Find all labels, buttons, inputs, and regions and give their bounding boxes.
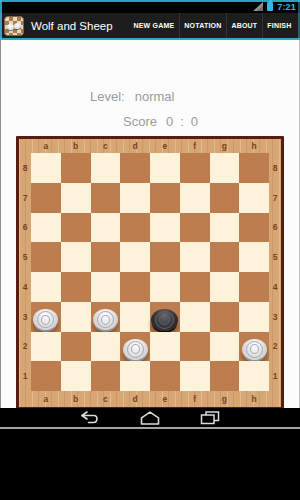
rank-label-right-2: 2 bbox=[269, 332, 281, 362]
rank-label-left-7: 7 bbox=[19, 183, 31, 213]
screen-edge-right bbox=[299, 40, 300, 408]
square-d2[interactable]: ⛀ bbox=[120, 332, 150, 362]
file-label-bottom-g: g bbox=[210, 391, 240, 407]
board-frame-corner bbox=[269, 139, 281, 153]
square-d3[interactable] bbox=[120, 302, 150, 332]
file-label-top-h: h bbox=[239, 139, 269, 153]
square-d4[interactable] bbox=[120, 272, 150, 302]
square-h7[interactable] bbox=[239, 183, 269, 213]
app-icon[interactable] bbox=[4, 16, 24, 36]
rank-label-right-8: 8 bbox=[269, 153, 281, 183]
file-label-bottom-e: e bbox=[150, 391, 180, 407]
score-white: 0 bbox=[166, 114, 173, 129]
menu-item-about[interactable]: ABOUT bbox=[226, 13, 262, 38]
file-label-top-f: f bbox=[180, 139, 210, 153]
square-d1[interactable] bbox=[120, 361, 150, 391]
rank-label-left-1: 1 bbox=[19, 361, 31, 391]
rank-label-right-1: 1 bbox=[269, 361, 281, 391]
file-label-bottom-d: d bbox=[120, 391, 150, 407]
rank-label-right-3: 3 bbox=[269, 302, 281, 332]
rank-label-left-4: 4 bbox=[19, 272, 31, 302]
score-label: Score bbox=[123, 114, 157, 129]
action-bar-menu: NEW GAMENOTATIONABOUTFINISH bbox=[129, 13, 296, 38]
level-value: normal bbox=[135, 89, 175, 104]
square-c6[interactable] bbox=[91, 213, 121, 243]
square-a3[interactable]: ⛀ bbox=[31, 302, 61, 332]
square-e3[interactable]: ⛂ bbox=[150, 302, 180, 332]
square-e6[interactable] bbox=[150, 213, 180, 243]
score-line: Score0:0 bbox=[123, 114, 198, 129]
square-a4[interactable] bbox=[31, 272, 61, 302]
file-label-top-d: d bbox=[120, 139, 150, 153]
white-sheep-piece[interactable]: ⛀ bbox=[93, 309, 118, 330]
back-icon bbox=[77, 410, 103, 426]
square-b6[interactable] bbox=[61, 213, 91, 243]
rank-label-left-6: 6 bbox=[19, 213, 31, 243]
square-h1[interactable] bbox=[239, 361, 269, 391]
square-c5[interactable] bbox=[91, 242, 121, 272]
square-b7[interactable] bbox=[61, 183, 91, 213]
square-h5[interactable] bbox=[239, 242, 269, 272]
square-f8[interactable] bbox=[180, 153, 210, 183]
recents-icon bbox=[197, 410, 223, 426]
board-frame-corner bbox=[19, 391, 31, 407]
square-h6[interactable] bbox=[239, 213, 269, 243]
menu-item-notation[interactable]: NOTATION bbox=[179, 13, 226, 38]
rank-label-right-6: 6 bbox=[269, 213, 281, 243]
score-black: 0 bbox=[191, 114, 198, 129]
square-e2[interactable] bbox=[150, 332, 180, 362]
square-g5[interactable] bbox=[210, 242, 240, 272]
file-label-top-b: b bbox=[61, 139, 91, 153]
square-g3[interactable] bbox=[210, 302, 240, 332]
square-h3[interactable] bbox=[239, 302, 269, 332]
file-label-bottom-b: b bbox=[61, 391, 91, 407]
square-a7[interactable] bbox=[31, 183, 61, 213]
square-d8[interactable] bbox=[120, 153, 150, 183]
file-label-bottom-a: a bbox=[31, 391, 61, 407]
square-e1[interactable] bbox=[150, 361, 180, 391]
square-c3[interactable]: ⛀ bbox=[91, 302, 121, 332]
square-b8[interactable] bbox=[61, 153, 91, 183]
square-c4[interactable] bbox=[91, 272, 121, 302]
square-a6[interactable] bbox=[31, 213, 61, 243]
file-label-top-c: c bbox=[91, 139, 121, 153]
navigation-bar bbox=[0, 408, 300, 428]
square-g6[interactable] bbox=[210, 213, 240, 243]
square-c2[interactable] bbox=[91, 332, 121, 362]
file-label-bottom-c: c bbox=[91, 391, 121, 407]
phone-screen: 7:21 Wolf and Sheep NEW GAMENOTATIONABOU… bbox=[0, 0, 300, 500]
back-button[interactable] bbox=[77, 410, 103, 426]
white-sheep-piece[interactable]: ⛀ bbox=[33, 309, 58, 330]
square-f4[interactable] bbox=[180, 272, 210, 302]
square-e5[interactable] bbox=[150, 242, 180, 272]
content-area: Level:normal Score0:0 abcdefgh8877665544… bbox=[0, 40, 300, 408]
square-a5[interactable] bbox=[31, 242, 61, 272]
square-c8[interactable] bbox=[91, 153, 121, 183]
screen-edge-left bbox=[0, 40, 1, 408]
home-button[interactable] bbox=[137, 410, 163, 426]
white-sheep-piece[interactable]: ⛀ bbox=[242, 339, 267, 360]
level-label: Level: bbox=[90, 89, 125, 104]
board-frame-corner bbox=[269, 391, 281, 407]
square-h8[interactable] bbox=[239, 153, 269, 183]
square-d6[interactable] bbox=[120, 213, 150, 243]
black-wolf-piece[interactable]: ⛂ bbox=[151, 309, 178, 331]
capture-edge-top bbox=[0, 0, 300, 2]
square-a8[interactable] bbox=[31, 153, 61, 183]
square-e7[interactable] bbox=[150, 183, 180, 213]
square-e4[interactable] bbox=[150, 272, 180, 302]
score-separator: : bbox=[180, 114, 184, 129]
file-label-top-a: a bbox=[31, 139, 61, 153]
file-label-top-g: g bbox=[210, 139, 240, 153]
square-f3[interactable] bbox=[180, 302, 210, 332]
letterbox-bottom bbox=[0, 429, 300, 500]
rank-label-left-8: 8 bbox=[19, 153, 31, 183]
square-h2[interactable]: ⛀ bbox=[239, 332, 269, 362]
file-label-bottom-f: f bbox=[180, 391, 210, 407]
square-d5[interactable] bbox=[120, 242, 150, 272]
square-g8[interactable] bbox=[210, 153, 240, 183]
square-g2[interactable] bbox=[210, 332, 240, 362]
square-a2[interactable] bbox=[31, 332, 61, 362]
square-g4[interactable] bbox=[210, 272, 240, 302]
rank-label-right-5: 5 bbox=[269, 242, 281, 272]
square-b5[interactable] bbox=[61, 242, 91, 272]
square-f7[interactable] bbox=[180, 183, 210, 213]
capture-edge-right bbox=[298, 0, 300, 40]
menu-item-finish[interactable]: FINISH bbox=[262, 13, 296, 38]
square-b3[interactable] bbox=[61, 302, 91, 332]
menu-item-new-game[interactable]: NEW GAME bbox=[129, 13, 179, 38]
white-sheep-piece[interactable]: ⛀ bbox=[123, 339, 148, 360]
rank-label-right-4: 4 bbox=[269, 272, 281, 302]
clock-text: 7:21 bbox=[277, 2, 296, 12]
action-bar: Wolf and Sheep NEW GAMENOTATIONABOUTFINI… bbox=[0, 13, 300, 38]
square-b1[interactable] bbox=[61, 361, 91, 391]
board-frame-corner bbox=[19, 139, 31, 153]
square-f1[interactable] bbox=[180, 361, 210, 391]
rank-label-left-2: 2 bbox=[19, 332, 31, 362]
recents-button[interactable] bbox=[197, 410, 223, 426]
square-g1[interactable] bbox=[210, 361, 240, 391]
square-c1[interactable] bbox=[91, 361, 121, 391]
square-f5[interactable] bbox=[180, 242, 210, 272]
square-f6[interactable] bbox=[180, 213, 210, 243]
home-icon bbox=[137, 410, 163, 426]
square-d7[interactable] bbox=[120, 183, 150, 213]
square-b2[interactable] bbox=[61, 332, 91, 362]
rank-label-left-5: 5 bbox=[19, 242, 31, 272]
file-label-top-e: e bbox=[150, 139, 180, 153]
square-a1[interactable] bbox=[31, 361, 61, 391]
app-title: Wolf and Sheep bbox=[31, 20, 113, 32]
capture-edge-left bbox=[0, 0, 2, 40]
signal-icon bbox=[253, 2, 263, 11]
square-f2[interactable] bbox=[180, 332, 210, 362]
rank-label-right-7: 7 bbox=[269, 183, 281, 213]
square-g7[interactable] bbox=[210, 183, 240, 213]
rank-label-left-3: 3 bbox=[19, 302, 31, 332]
battery-icon bbox=[267, 2, 273, 11]
square-c7[interactable] bbox=[91, 183, 121, 213]
file-label-bottom-h: h bbox=[239, 391, 269, 407]
level-line: Level:normal bbox=[90, 89, 174, 104]
board: abcdefgh88776655443⛀⛀⛂32⛀⛀211abcdefgh bbox=[16, 136, 284, 410]
square-b4[interactable] bbox=[61, 272, 91, 302]
square-e8[interactable] bbox=[150, 153, 180, 183]
square-h4[interactable] bbox=[239, 272, 269, 302]
